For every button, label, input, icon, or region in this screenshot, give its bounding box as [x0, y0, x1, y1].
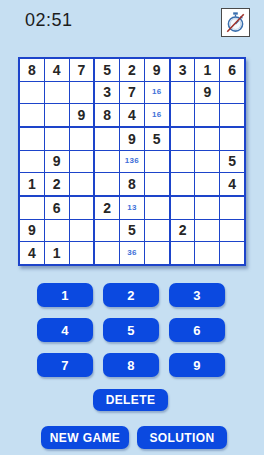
- cell-r2c9[interactable]: [220, 82, 244, 104]
- cell-r1c4[interactable]: 5: [95, 59, 119, 81]
- cell-r6c9[interactable]: 4: [220, 173, 244, 195]
- cell-r1c1[interactable]: 8: [20, 59, 44, 81]
- cell-r8c5[interactable]: 5: [120, 220, 144, 242]
- cell-r4c9[interactable]: [220, 128, 244, 150]
- digit-button-5[interactable]: 5: [103, 318, 159, 342]
- cell-r5c5[interactable]: 136: [120, 151, 144, 173]
- cell-r8c6[interactable]: [145, 220, 169, 242]
- cell-r5c6[interactable]: [145, 151, 169, 173]
- digit-button-6[interactable]: 6: [169, 318, 225, 342]
- cell-r4c1[interactable]: [20, 128, 44, 150]
- cell-r9c2[interactable]: 1: [45, 242, 69, 264]
- cell-r1c6[interactable]: 9: [145, 59, 169, 81]
- cell-r6c5[interactable]: 8: [120, 173, 144, 195]
- cell-r2c7[interactable]: [171, 82, 195, 104]
- cell-r7c1[interactable]: [20, 197, 44, 219]
- box-3: 3169: [171, 59, 244, 126]
- digit-button-1[interactable]: 1: [37, 283, 93, 307]
- timer-display: 02:51: [25, 10, 73, 31]
- cell-r1c9[interactable]: 6: [220, 59, 244, 81]
- cell-r8c8[interactable]: [195, 220, 219, 242]
- digit-button-2[interactable]: 2: [103, 283, 159, 307]
- cell-r5c8[interactable]: [195, 151, 219, 173]
- cell-r9c5[interactable]: 36: [120, 242, 144, 264]
- cell-r3c1[interactable]: [20, 104, 44, 126]
- cell-r3c8[interactable]: [195, 104, 219, 126]
- keypad: 1 2 3 4 5 6 7 8 9: [37, 283, 225, 377]
- cell-r3c7[interactable]: [171, 104, 195, 126]
- cell-r4c6[interactable]: 5: [145, 128, 169, 150]
- cell-r6c8[interactable]: [195, 173, 219, 195]
- cell-r7c5[interactable]: 13: [120, 197, 144, 219]
- cell-r4c3[interactable]: [70, 128, 94, 150]
- cell-r8c9[interactable]: [220, 220, 244, 242]
- cell-r9c1[interactable]: 4: [20, 242, 44, 264]
- digit-button-3[interactable]: 3: [169, 283, 225, 307]
- cell-r7c6[interactable]: [145, 197, 169, 219]
- cell-r6c7[interactable]: [171, 173, 195, 195]
- cell-r5c3[interactable]: [70, 151, 94, 173]
- stopwatch-slash-icon: [224, 11, 247, 34]
- cell-r1c8[interactable]: 1: [195, 59, 219, 81]
- digit-button-8[interactable]: 8: [103, 353, 159, 377]
- sudoku-board: 8479529371684163169912951368546941213536…: [18, 57, 246, 266]
- cell-r6c6[interactable]: [145, 173, 169, 195]
- cell-r2c6[interactable]: 16: [145, 82, 169, 104]
- cell-r6c4[interactable]: [95, 173, 119, 195]
- cell-r8c7[interactable]: 2: [171, 220, 195, 242]
- cell-r9c4[interactable]: [95, 242, 119, 264]
- cell-r9c7[interactable]: [171, 242, 195, 264]
- cell-r7c2[interactable]: 6: [45, 197, 69, 219]
- box-8: 213536: [95, 197, 168, 264]
- cell-r5c2[interactable]: 9: [45, 151, 69, 173]
- cell-r9c3[interactable]: [70, 242, 94, 264]
- cell-r1c7[interactable]: 3: [171, 59, 195, 81]
- new-game-button[interactable]: NEW GAME: [41, 426, 129, 449]
- cell-r8c2[interactable]: [45, 220, 69, 242]
- cell-r5c4[interactable]: [95, 151, 119, 173]
- cell-r4c2[interactable]: [45, 128, 69, 150]
- cell-r4c8[interactable]: [195, 128, 219, 150]
- timer-toggle-button[interactable]: [221, 8, 250, 37]
- cell-r3c4[interactable]: 8: [95, 104, 119, 126]
- cell-r1c3[interactable]: 7: [70, 59, 94, 81]
- cell-r5c1[interactable]: [20, 151, 44, 173]
- cell-r2c4[interactable]: 3: [95, 82, 119, 104]
- box-6: 54: [171, 128, 244, 195]
- cell-r3c9[interactable]: [220, 104, 244, 126]
- cell-r7c8[interactable]: [195, 197, 219, 219]
- sudoku-app: 02:51 8479529371684163169912951368546941…: [0, 0, 264, 455]
- cell-r3c5[interactable]: 4: [120, 104, 144, 126]
- cell-r6c1[interactable]: 1: [20, 173, 44, 195]
- cell-r6c2[interactable]: 2: [45, 173, 69, 195]
- cell-r3c3[interactable]: 9: [70, 104, 94, 126]
- box-7: 6941: [20, 197, 93, 264]
- cell-r8c1[interactable]: 9: [20, 220, 44, 242]
- cell-r2c5[interactable]: 7: [120, 82, 144, 104]
- cell-r9c6[interactable]: [145, 242, 169, 264]
- digit-button-4[interactable]: 4: [37, 318, 93, 342]
- cell-r1c2[interactable]: 4: [45, 59, 69, 81]
- digit-button-9[interactable]: 9: [169, 353, 225, 377]
- cell-r4c7[interactable]: [171, 128, 195, 150]
- cell-r6c3[interactable]: [70, 173, 94, 195]
- cell-r3c6[interactable]: 16: [145, 104, 169, 126]
- cell-r4c5[interactable]: 9: [120, 128, 144, 150]
- box-9: 2: [171, 197, 244, 264]
- cell-r5c7[interactable]: [171, 151, 195, 173]
- box-1: 8479: [20, 59, 93, 126]
- cell-r5c9[interactable]: 5: [220, 151, 244, 173]
- digit-button-7[interactable]: 7: [37, 353, 93, 377]
- cell-r2c8[interactable]: 9: [195, 82, 219, 104]
- cell-r7c3[interactable]: [70, 197, 94, 219]
- box-4: 912: [20, 128, 93, 195]
- cell-r7c9[interactable]: [220, 197, 244, 219]
- cell-r2c3[interactable]: [70, 82, 94, 104]
- cell-r8c3[interactable]: [70, 220, 94, 242]
- cell-r3c2[interactable]: [45, 104, 69, 126]
- cell-r1c5[interactable]: 2: [120, 59, 144, 81]
- cell-r8c4[interactable]: [95, 220, 119, 242]
- cell-r7c4[interactable]: 2: [95, 197, 119, 219]
- cell-r9c8[interactable]: [195, 242, 219, 264]
- cell-r2c1[interactable]: [20, 82, 44, 104]
- cell-r4c4[interactable]: [95, 128, 119, 150]
- cell-r9c9[interactable]: [220, 242, 244, 264]
- box-2: 52937168416: [95, 59, 168, 126]
- delete-button[interactable]: DELETE: [93, 389, 168, 411]
- cell-r7c7[interactable]: [171, 197, 195, 219]
- cell-r2c2[interactable]: [45, 82, 69, 104]
- solution-button[interactable]: SOLUTION: [137, 426, 227, 449]
- box-5: 951368: [95, 128, 168, 195]
